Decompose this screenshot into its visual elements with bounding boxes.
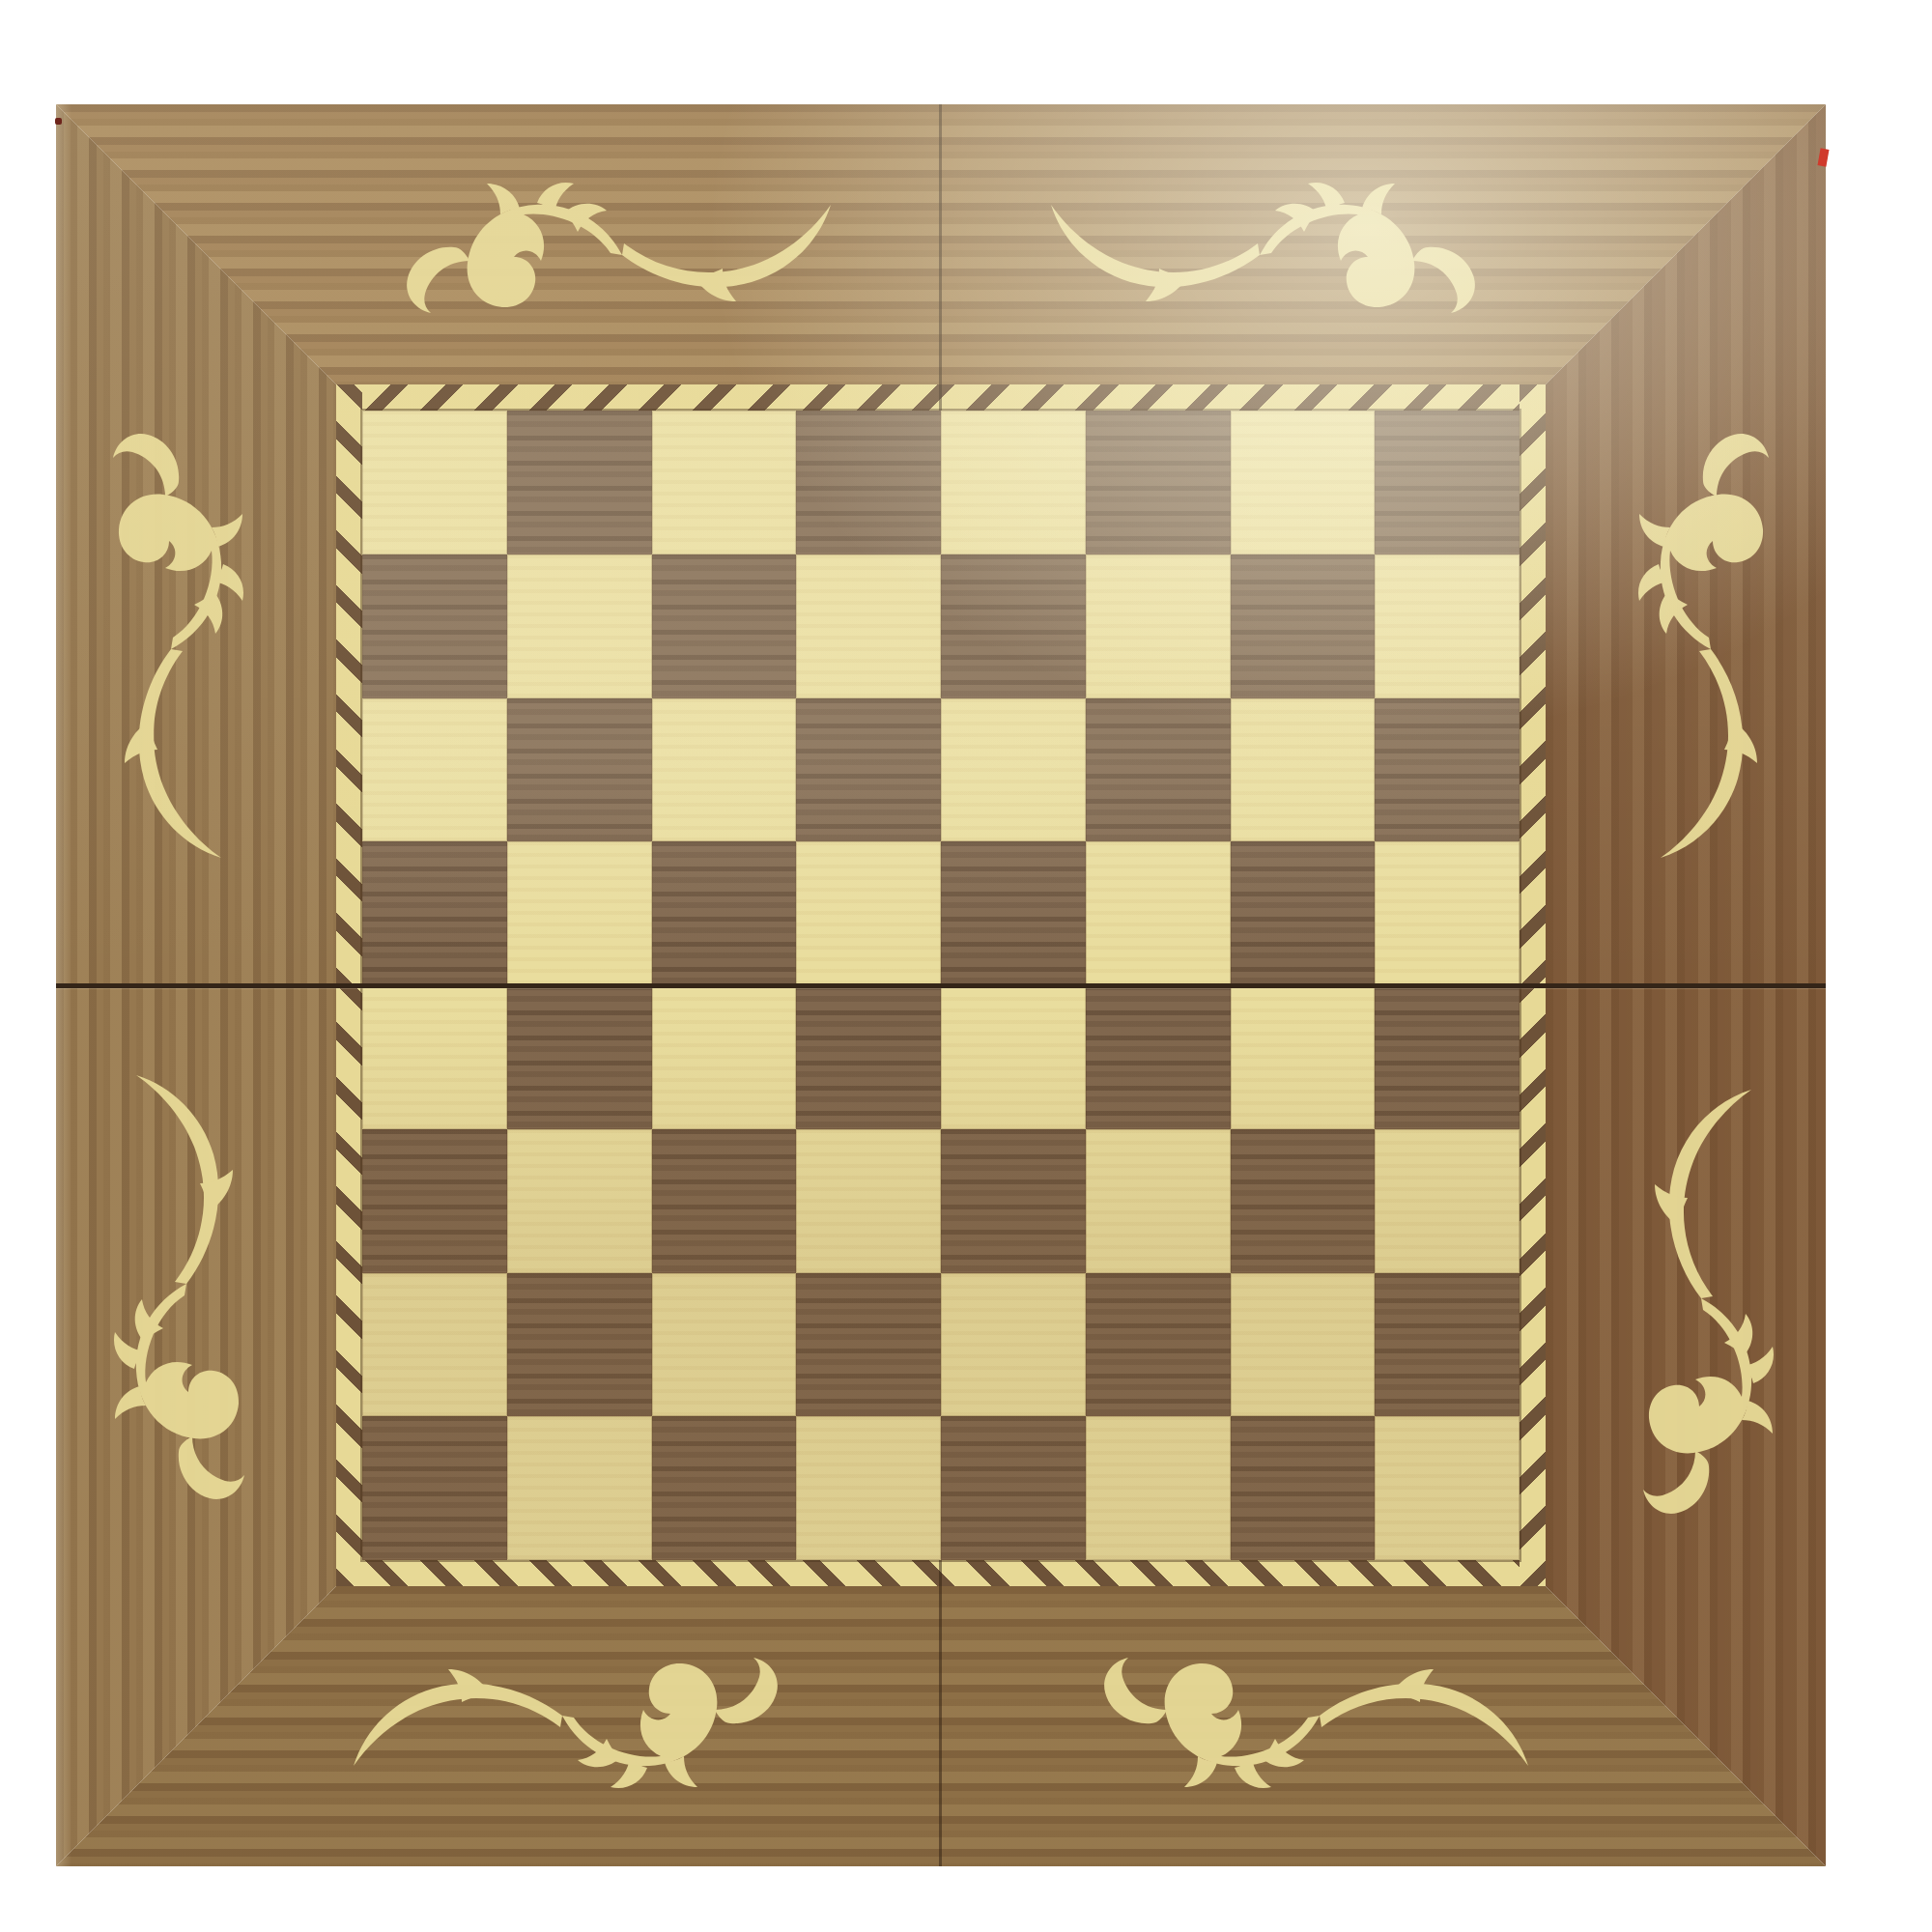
square-g4[interactable] xyxy=(1231,985,1376,1129)
square-e3[interactable] xyxy=(941,1129,1086,1273)
photo-background xyxy=(0,0,1932,1932)
square-e8[interactable] xyxy=(941,411,1086,554)
chess-board xyxy=(56,104,1826,1866)
square-a6[interactable] xyxy=(362,698,507,842)
square-d7[interactable] xyxy=(796,554,941,698)
square-e2[interactable] xyxy=(941,1273,1086,1417)
square-g3[interactable] xyxy=(1231,1129,1376,1273)
square-f6[interactable] xyxy=(1086,698,1231,842)
square-d8[interactable] xyxy=(796,411,941,554)
square-b6[interactable] xyxy=(507,698,652,842)
square-g7[interactable] xyxy=(1231,554,1376,698)
square-g8[interactable] xyxy=(1231,411,1376,554)
square-b7[interactable] xyxy=(507,554,652,698)
square-b8[interactable] xyxy=(507,411,652,554)
square-c7[interactable] xyxy=(652,554,797,698)
panel-joint-bottom xyxy=(939,1560,942,1866)
square-b3[interactable] xyxy=(507,1129,652,1273)
square-f7[interactable] xyxy=(1086,554,1231,698)
square-c2[interactable] xyxy=(652,1273,797,1417)
square-a5[interactable] xyxy=(362,841,507,985)
square-h4[interactable] xyxy=(1375,985,1520,1129)
scroll-inlay-right-lower-icon xyxy=(1641,1082,1776,1546)
square-b5[interactable] xyxy=(507,841,652,985)
square-a1[interactable] xyxy=(362,1416,507,1560)
scroll-inlay-top-right-icon xyxy=(1043,180,1507,315)
square-d4[interactable] xyxy=(796,985,941,1129)
square-h7[interactable] xyxy=(1375,554,1520,698)
square-h3[interactable] xyxy=(1375,1129,1520,1273)
square-g5[interactable] xyxy=(1231,841,1376,985)
square-b2[interactable] xyxy=(507,1273,652,1417)
square-d1[interactable] xyxy=(796,1416,941,1560)
square-b1[interactable] xyxy=(507,1416,652,1560)
square-c4[interactable] xyxy=(652,985,797,1129)
panel-joint-top xyxy=(939,104,942,411)
square-a3[interactable] xyxy=(362,1129,507,1273)
square-f5[interactable] xyxy=(1086,841,1231,985)
square-h1[interactable] xyxy=(1375,1416,1520,1560)
square-d5[interactable] xyxy=(796,841,941,985)
square-g6[interactable] xyxy=(1231,698,1376,842)
square-a8[interactable] xyxy=(362,411,507,554)
scroll-inlay-left-lower-icon xyxy=(111,1067,246,1531)
square-g1[interactable] xyxy=(1231,1416,1376,1560)
square-e4[interactable] xyxy=(941,985,1086,1129)
dark-corner-mark xyxy=(55,118,62,125)
square-c3[interactable] xyxy=(652,1129,797,1273)
square-h6[interactable] xyxy=(1375,698,1520,842)
square-c8[interactable] xyxy=(652,411,797,554)
scroll-inlay-bottom-right-icon xyxy=(1072,1656,1536,1791)
scroll-inlay-top-left-icon xyxy=(375,180,838,315)
square-h8[interactable] xyxy=(1375,411,1520,554)
square-f2[interactable] xyxy=(1086,1273,1231,1417)
red-corner-mark xyxy=(1818,148,1830,166)
square-a7[interactable] xyxy=(362,554,507,698)
square-e5[interactable] xyxy=(941,841,1086,985)
square-f3[interactable] xyxy=(1086,1129,1231,1273)
square-f1[interactable] xyxy=(1086,1416,1231,1560)
square-a2[interactable] xyxy=(362,1273,507,1417)
square-d3[interactable] xyxy=(796,1129,941,1273)
square-f8[interactable] xyxy=(1086,411,1231,554)
square-a4[interactable] xyxy=(362,985,507,1129)
square-c5[interactable] xyxy=(652,841,797,985)
square-c6[interactable] xyxy=(652,698,797,842)
square-g2[interactable] xyxy=(1231,1273,1376,1417)
scroll-inlay-left-upper-icon xyxy=(111,402,246,866)
square-c1[interactable] xyxy=(652,1416,797,1560)
square-e7[interactable] xyxy=(941,554,1086,698)
square-d6[interactable] xyxy=(796,698,941,842)
square-d2[interactable] xyxy=(796,1273,941,1417)
fold-seam xyxy=(56,983,1826,988)
scroll-inlay-right-upper-icon xyxy=(1635,402,1771,866)
square-h2[interactable] xyxy=(1375,1273,1520,1417)
square-e6[interactable] xyxy=(941,698,1086,842)
square-h5[interactable] xyxy=(1375,841,1520,985)
scroll-inlay-bottom-left-icon xyxy=(346,1656,810,1791)
square-f4[interactable] xyxy=(1086,985,1231,1129)
square-b4[interactable] xyxy=(507,985,652,1129)
square-e1[interactable] xyxy=(941,1416,1086,1560)
